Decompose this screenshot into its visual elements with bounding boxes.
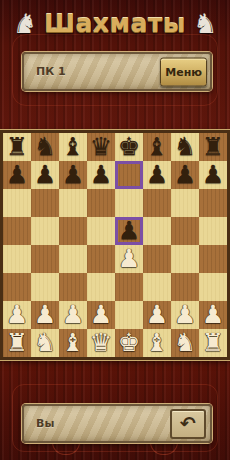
white-rook-piece: ♜ <box>6 329 28 357</box>
black-queen-piece: ♛ <box>90 133 112 161</box>
black-pawn-piece: ♟ <box>90 161 112 189</box>
black-rook-piece: ♜ <box>202 133 224 161</box>
player-bar: Вы ↶ <box>22 404 212 443</box>
square-h7[interactable]: ♟ <box>199 161 227 189</box>
square-e1[interactable]: ♚ <box>115 329 143 357</box>
square-a4[interactable] <box>3 245 31 273</box>
square-g3[interactable] <box>171 273 199 301</box>
black-king-piece: ♚ <box>118 133 140 161</box>
square-c3[interactable] <box>59 273 87 301</box>
square-f2[interactable]: ♟ <box>143 301 171 329</box>
white-pawn-piece: ♟ <box>90 301 112 329</box>
square-e2[interactable] <box>115 301 143 329</box>
square-f5[interactable] <box>143 217 171 245</box>
black-knight-piece: ♞ <box>34 133 56 161</box>
square-d1[interactable]: ♛ <box>87 329 115 357</box>
player-label: Вы <box>36 417 54 430</box>
white-knight-piece: ♞ <box>34 329 56 357</box>
black-knight-piece: ♞ <box>174 133 196 161</box>
white-pawn-piece: ♟ <box>34 301 56 329</box>
white-queen-piece: ♛ <box>90 329 112 357</box>
square-b8[interactable]: ♞ <box>31 133 59 161</box>
square-h6[interactable] <box>199 189 227 217</box>
square-b5[interactable] <box>31 217 59 245</box>
square-d7[interactable]: ♟ <box>87 161 115 189</box>
square-h5[interactable] <box>199 217 227 245</box>
square-g4[interactable] <box>171 245 199 273</box>
square-h1[interactable]: ♜ <box>199 329 227 357</box>
square-g8[interactable]: ♞ <box>171 133 199 161</box>
square-c8[interactable]: ♝ <box>59 133 87 161</box>
square-b4[interactable] <box>31 245 59 273</box>
square-e5[interactable]: ♟ <box>115 217 143 245</box>
square-d6[interactable] <box>87 189 115 217</box>
square-a7[interactable]: ♟ <box>3 161 31 189</box>
black-pawn-piece: ♟ <box>34 161 56 189</box>
black-pawn-piece: ♟ <box>146 161 168 189</box>
square-b6[interactable] <box>31 189 59 217</box>
black-pawn-piece: ♟ <box>62 161 84 189</box>
black-bishop-piece: ♝ <box>146 133 168 161</box>
app-screen: ♞ Шахматы ♞ ПК 1 Меню ♜♞♝♛♚♝♞♜♟♟♟♟♟♟♟♟♟♟… <box>0 0 230 460</box>
square-c5[interactable] <box>59 217 87 245</box>
square-c1[interactable]: ♝ <box>59 329 87 357</box>
square-a5[interactable] <box>3 217 31 245</box>
square-e6[interactable] <box>115 189 143 217</box>
square-c6[interactable] <box>59 189 87 217</box>
white-bishop-piece: ♝ <box>146 329 168 357</box>
square-d5[interactable] <box>87 217 115 245</box>
black-pawn-piece: ♟ <box>118 217 140 245</box>
black-pawn-piece: ♟ <box>202 161 224 189</box>
black-pawn-piece: ♟ <box>174 161 196 189</box>
white-pawn-piece: ♟ <box>6 301 28 329</box>
black-bishop-piece: ♝ <box>62 133 84 161</box>
square-c4[interactable] <box>59 245 87 273</box>
square-f3[interactable] <box>143 273 171 301</box>
square-e7[interactable] <box>115 161 143 189</box>
square-h8[interactable]: ♜ <box>199 133 227 161</box>
square-d4[interactable] <box>87 245 115 273</box>
menu-button[interactable]: Меню <box>160 57 207 86</box>
knight-icon-right: ♞ <box>193 10 217 37</box>
square-d3[interactable] <box>87 273 115 301</box>
square-e3[interactable] <box>115 273 143 301</box>
knight-icon-left: ♞ <box>13 10 37 37</box>
white-bishop-piece: ♝ <box>62 329 84 357</box>
square-g2[interactable]: ♟ <box>171 301 199 329</box>
white-pawn-piece: ♟ <box>146 301 168 329</box>
square-a3[interactable] <box>3 273 31 301</box>
square-a6[interactable] <box>3 189 31 217</box>
square-g5[interactable] <box>171 217 199 245</box>
square-f7[interactable]: ♟ <box>143 161 171 189</box>
app-title: Шахматы <box>44 9 186 38</box>
square-a8[interactable]: ♜ <box>3 133 31 161</box>
square-b3[interactable] <box>31 273 59 301</box>
square-f1[interactable]: ♝ <box>143 329 171 357</box>
opponent-label: ПК 1 <box>36 65 66 78</box>
square-b1[interactable]: ♞ <box>31 329 59 357</box>
white-pawn-piece: ♟ <box>118 245 140 273</box>
black-pawn-piece: ♟ <box>6 161 28 189</box>
square-e8[interactable]: ♚ <box>115 133 143 161</box>
square-f6[interactable] <box>143 189 171 217</box>
square-c7[interactable]: ♟ <box>59 161 87 189</box>
square-b7[interactable]: ♟ <box>31 161 59 189</box>
square-h3[interactable] <box>199 273 227 301</box>
square-e4[interactable]: ♟ <box>115 245 143 273</box>
app-header: ♞ Шахматы ♞ <box>0 2 230 44</box>
white-knight-piece: ♞ <box>174 329 196 357</box>
undo-button[interactable]: ↶ <box>170 409 206 439</box>
square-f8[interactable]: ♝ <box>143 133 171 161</box>
white-pawn-piece: ♟ <box>62 301 84 329</box>
square-d8[interactable]: ♛ <box>87 133 115 161</box>
square-g1[interactable]: ♞ <box>171 329 199 357</box>
chess-board: ♜♞♝♛♚♝♞♜♟♟♟♟♟♟♟♟♟♟♟♟♟♟♟♟♜♞♝♛♚♝♞♜ <box>0 130 230 360</box>
white-king-piece: ♚ <box>118 329 140 357</box>
square-h2[interactable]: ♟ <box>199 301 227 329</box>
white-pawn-piece: ♟ <box>202 301 224 329</box>
opponent-bar: ПК 1 Меню <box>22 52 212 91</box>
black-rook-piece: ♜ <box>6 133 28 161</box>
square-g6[interactable] <box>171 189 199 217</box>
square-a2[interactable]: ♟ <box>3 301 31 329</box>
square-b2[interactable]: ♟ <box>31 301 59 329</box>
square-f4[interactable] <box>143 245 171 273</box>
square-d2[interactable]: ♟ <box>87 301 115 329</box>
square-g7[interactable]: ♟ <box>171 161 199 189</box>
white-rook-piece: ♜ <box>202 329 224 357</box>
square-h4[interactable] <box>199 245 227 273</box>
square-c2[interactable]: ♟ <box>59 301 87 329</box>
undo-icon: ↶ <box>180 414 196 433</box>
square-a1[interactable]: ♜ <box>3 329 31 357</box>
white-pawn-piece: ♟ <box>174 301 196 329</box>
